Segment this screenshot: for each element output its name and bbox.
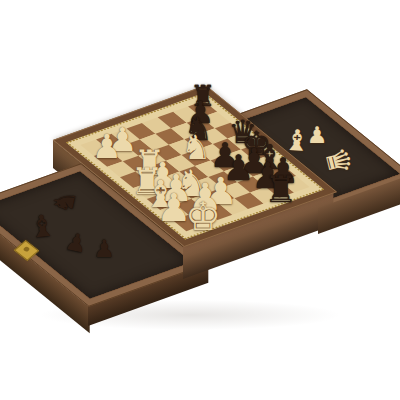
chess-set-photo: ♜♟♟♟♞♜♞♛♜♟♟♚♝♟♞♟♟♝♟♟♟♟♟♚♜♝♞♟♟♝♟♛ [0, 0, 400, 400]
